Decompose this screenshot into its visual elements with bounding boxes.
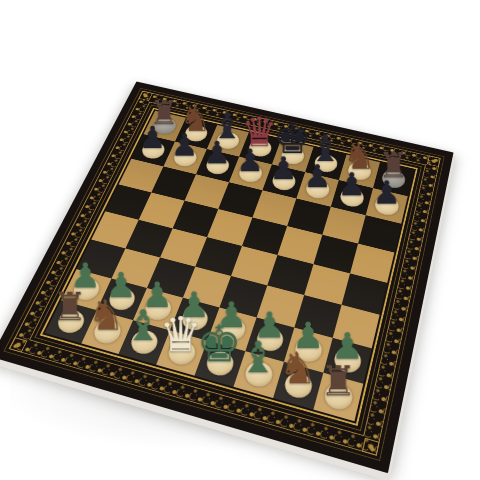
white-rook-icon: ♜ xyxy=(319,360,356,402)
white-knight-icon: ♞ xyxy=(87,295,124,337)
chess-board: ♜♞♝♛♚♝♞♜♟♟♟♟♟♟♟♟♟♟♟♟♟♟♟♟♜♞♝♛♚♝♞♜ xyxy=(0,82,454,474)
black-pawn-icon: ♟ xyxy=(203,138,231,169)
black-pawn-icon: ♟ xyxy=(139,123,166,154)
white-bishop-icon: ♝ xyxy=(239,336,278,379)
white-rook-icon: ♜ xyxy=(52,287,87,326)
white-bishop-icon: ♝ xyxy=(124,305,162,347)
black-pawn-icon: ♟ xyxy=(171,130,199,161)
black-pawn-icon: ♟ xyxy=(303,161,331,193)
board-face: ♜♞♝♛♚♝♞♜♟♟♟♟♟♟♟♟♟♟♟♟♟♟♟♟♜♞♝♛♚♝♞♜ xyxy=(0,82,454,474)
white-knight-icon: ♞ xyxy=(278,347,317,390)
black-pawn-icon: ♟ xyxy=(236,145,264,176)
black-pawn-icon: ♟ xyxy=(372,177,401,209)
photo-canvas: ♜♞♝♛♚♝♞♜♟♟♟♟♟♟♟♟♟♟♟♟♟♟♟♟♜♞♝♛♚♝♞♜ xyxy=(0,0,480,480)
scene: ♜♞♝♛♚♝♞♜♟♟♟♟♟♟♟♟♟♟♟♟♟♟♟♟♜♞♝♛♚♝♞♜ xyxy=(0,0,480,480)
pieces-layer: ♜♞♝♛♚♝♞♜♟♟♟♟♟♟♟♟♟♟♟♟♟♟♟♟♜♞♝♛♚♝♞♜ xyxy=(0,82,454,474)
black-pawn-icon: ♟ xyxy=(338,169,367,201)
white-king-icon: ♚ xyxy=(196,319,242,370)
black-pawn-icon: ♟ xyxy=(269,153,297,184)
